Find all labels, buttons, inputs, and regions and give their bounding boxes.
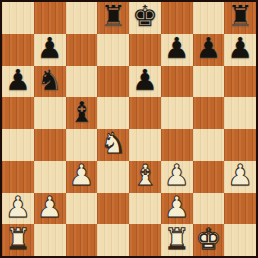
square-c5[interactable]: ♝ [66,97,98,129]
square-f2[interactable]: ♟ [161,193,193,225]
square-e7[interactable] [129,34,161,66]
square-e1[interactable] [129,224,161,256]
black-pawn[interactable]: ♟ [195,34,221,63]
square-h4[interactable] [224,129,256,161]
square-f5[interactable] [161,97,193,129]
white-rook[interactable]: ♜ [5,225,31,254]
square-c7[interactable] [66,34,98,66]
square-d1[interactable] [97,224,129,256]
white-pawn[interactable]: ♟ [37,193,63,222]
square-f8[interactable] [161,2,193,34]
square-g1[interactable]: ♚ [193,224,225,256]
square-d3[interactable] [97,161,129,193]
black-pawn[interactable]: ♟ [132,66,158,95]
square-c4[interactable] [66,129,98,161]
square-h6[interactable] [224,66,256,98]
square-b5[interactable] [34,97,66,129]
square-g6[interactable] [193,66,225,98]
square-c8[interactable] [66,2,98,34]
square-b3[interactable] [34,161,66,193]
square-a1[interactable]: ♜ [2,224,34,256]
square-b2[interactable]: ♟ [34,193,66,225]
square-c2[interactable] [66,193,98,225]
black-knight[interactable]: ♞ [37,66,63,95]
square-a2[interactable]: ♟ [2,193,34,225]
square-e2[interactable] [129,193,161,225]
square-f6[interactable] [161,66,193,98]
white-pawn[interactable]: ♟ [5,193,31,222]
square-c3[interactable]: ♟ [66,161,98,193]
black-bishop[interactable]: ♝ [68,98,94,127]
white-king[interactable]: ♚ [195,225,221,254]
square-g8[interactable] [193,2,225,34]
black-pawn[interactable]: ♟ [5,66,31,95]
black-king[interactable]: ♚ [132,2,158,31]
square-c1[interactable] [66,224,98,256]
square-e6[interactable]: ♟ [129,66,161,98]
square-d6[interactable] [97,66,129,98]
black-pawn[interactable]: ♟ [37,34,63,63]
square-e4[interactable] [129,129,161,161]
square-e8[interactable]: ♚ [129,2,161,34]
square-c6[interactable] [66,66,98,98]
square-a4[interactable] [2,129,34,161]
square-g3[interactable] [193,161,225,193]
square-h2[interactable] [224,193,256,225]
square-f1[interactable]: ♜ [161,224,193,256]
square-d5[interactable] [97,97,129,129]
black-pawn[interactable]: ♟ [164,34,190,63]
square-g4[interactable] [193,129,225,161]
white-pawn[interactable]: ♟ [164,193,190,222]
square-d2[interactable] [97,193,129,225]
white-knight[interactable]: ♞ [100,129,126,158]
square-g5[interactable] [193,97,225,129]
square-d4[interactable]: ♞ [97,129,129,161]
square-f3[interactable]: ♟ [161,161,193,193]
white-rook[interactable]: ♜ [164,225,190,254]
chess-board: ♜♚♜♟♟♟♟♟♞♟♝♞♟♝♟♟♟♟♟♜♜♚ [0,0,258,258]
square-b8[interactable] [34,2,66,34]
white-pawn[interactable]: ♟ [68,161,94,190]
square-a5[interactable] [2,97,34,129]
square-g2[interactable] [193,193,225,225]
square-g7[interactable]: ♟ [193,34,225,66]
square-b1[interactable] [34,224,66,256]
square-h3[interactable]: ♟ [224,161,256,193]
square-a7[interactable] [2,34,34,66]
square-a3[interactable] [2,161,34,193]
white-pawn[interactable]: ♟ [164,161,190,190]
square-h7[interactable]: ♟ [224,34,256,66]
square-d8[interactable]: ♜ [97,2,129,34]
white-pawn[interactable]: ♟ [227,161,253,190]
square-f7[interactable]: ♟ [161,34,193,66]
square-b6[interactable]: ♞ [34,66,66,98]
square-f4[interactable] [161,129,193,161]
square-h1[interactable] [224,224,256,256]
black-pawn[interactable]: ♟ [227,34,253,63]
square-b7[interactable]: ♟ [34,34,66,66]
square-e5[interactable] [129,97,161,129]
white-bishop[interactable]: ♝ [132,161,158,190]
square-d7[interactable] [97,34,129,66]
square-e3[interactable]: ♝ [129,161,161,193]
square-b4[interactable] [34,129,66,161]
square-a6[interactable]: ♟ [2,66,34,98]
square-h8[interactable]: ♜ [224,2,256,34]
square-h5[interactable] [224,97,256,129]
square-a8[interactable] [2,2,34,34]
black-rook[interactable]: ♜ [100,2,126,31]
black-rook[interactable]: ♜ [227,2,253,31]
